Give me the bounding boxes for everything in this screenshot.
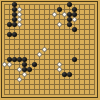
go-board[interactable]	[0, 0, 100, 100]
goban-background	[0, 0, 100, 100]
board-cell[interactable]	[92, 92, 97, 97]
stone-grid[interactable]	[2, 2, 97, 97]
